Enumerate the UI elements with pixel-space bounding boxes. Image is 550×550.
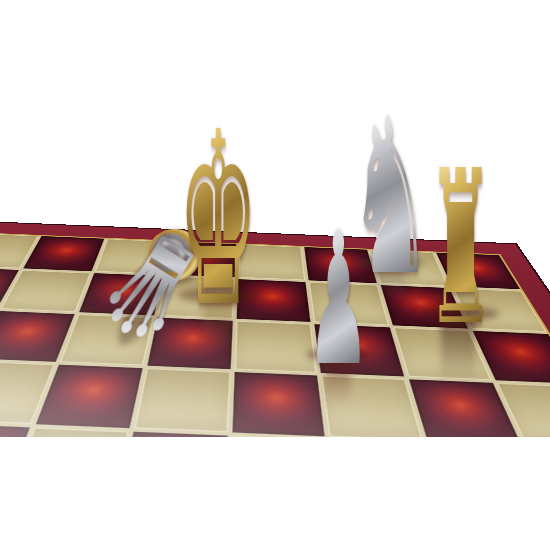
product-photo-scene: ♛♚♟♞♜ [0, 0, 550, 550]
piece-gold-rook[interactable]: ♜ [423, 142, 498, 355]
square-d5[interactable] [134, 368, 230, 432]
photo-bottom-white-crop [0, 437, 550, 550]
piece-gold-king[interactable]: ♚ [173, 100, 263, 340]
square-b8[interactable] [23, 236, 104, 271]
square-c5[interactable] [36, 364, 142, 427]
